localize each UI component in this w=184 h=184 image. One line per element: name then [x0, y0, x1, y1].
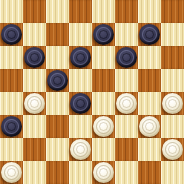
square-e5[interactable] — [92, 69, 115, 92]
square-b4[interactable] — [23, 92, 46, 115]
square-g7[interactable] — [138, 23, 161, 46]
board — [0, 0, 184, 184]
black-piece[interactable] — [70, 47, 91, 68]
square-g5[interactable] — [138, 69, 161, 92]
square-e4 — [92, 92, 115, 115]
white-piece[interactable] — [70, 139, 91, 160]
square-a6 — [0, 46, 23, 69]
square-d8[interactable] — [69, 0, 92, 23]
square-e3[interactable] — [92, 115, 115, 138]
black-piece[interactable] — [70, 93, 91, 114]
square-f8[interactable] — [115, 0, 138, 23]
square-a8 — [0, 0, 23, 23]
square-e8 — [92, 0, 115, 23]
square-f7 — [115, 23, 138, 46]
square-d7 — [69, 23, 92, 46]
square-h1 — [161, 161, 184, 184]
black-piece[interactable] — [93, 24, 114, 45]
black-piece[interactable] — [139, 24, 160, 45]
square-g2 — [138, 138, 161, 161]
white-piece[interactable] — [116, 93, 137, 114]
square-b6[interactable] — [23, 46, 46, 69]
square-h3 — [161, 115, 184, 138]
square-d1 — [69, 161, 92, 184]
square-b3 — [23, 115, 46, 138]
square-g6 — [138, 46, 161, 69]
square-c7[interactable] — [46, 23, 69, 46]
square-b5 — [23, 69, 46, 92]
square-a4 — [0, 92, 23, 115]
square-a3[interactable] — [0, 115, 23, 138]
square-b8[interactable] — [23, 0, 46, 23]
white-piece[interactable] — [139, 116, 160, 137]
white-piece[interactable] — [162, 139, 183, 160]
black-piece[interactable] — [1, 116, 22, 137]
square-e7[interactable] — [92, 23, 115, 46]
square-h8[interactable] — [161, 0, 184, 23]
square-g1[interactable] — [138, 161, 161, 184]
square-b7 — [23, 23, 46, 46]
square-f4[interactable] — [115, 92, 138, 115]
black-piece[interactable] — [47, 70, 68, 91]
square-c3[interactable] — [46, 115, 69, 138]
square-b1 — [23, 161, 46, 184]
square-c8 — [46, 0, 69, 23]
square-f5 — [115, 69, 138, 92]
square-g4 — [138, 92, 161, 115]
square-f1 — [115, 161, 138, 184]
square-d4[interactable] — [69, 92, 92, 115]
square-a1[interactable] — [0, 161, 23, 184]
white-piece[interactable] — [162, 93, 183, 114]
square-d2[interactable] — [69, 138, 92, 161]
square-h7 — [161, 23, 184, 46]
square-f2[interactable] — [115, 138, 138, 161]
black-piece[interactable] — [1, 24, 22, 45]
square-h5 — [161, 69, 184, 92]
square-c5[interactable] — [46, 69, 69, 92]
white-piece[interactable] — [93, 116, 114, 137]
square-a5[interactable] — [0, 69, 23, 92]
square-c6 — [46, 46, 69, 69]
square-c4 — [46, 92, 69, 115]
square-e2 — [92, 138, 115, 161]
square-e1[interactable] — [92, 161, 115, 184]
square-h2[interactable] — [161, 138, 184, 161]
square-e6 — [92, 46, 115, 69]
white-piece[interactable] — [93, 162, 114, 183]
black-piece[interactable] — [24, 47, 45, 68]
black-piece[interactable] — [116, 47, 137, 68]
square-f6[interactable] — [115, 46, 138, 69]
square-g8 — [138, 0, 161, 23]
square-d3 — [69, 115, 92, 138]
square-d5 — [69, 69, 92, 92]
square-c1[interactable] — [46, 161, 69, 184]
square-a7[interactable] — [0, 23, 23, 46]
square-h4[interactable] — [161, 92, 184, 115]
square-c2 — [46, 138, 69, 161]
square-h6[interactable] — [161, 46, 184, 69]
square-a2 — [0, 138, 23, 161]
square-g3[interactable] — [138, 115, 161, 138]
white-piece[interactable] — [1, 162, 22, 183]
square-f3 — [115, 115, 138, 138]
square-d6[interactable] — [69, 46, 92, 69]
white-piece[interactable] — [24, 93, 45, 114]
square-b2[interactable] — [23, 138, 46, 161]
